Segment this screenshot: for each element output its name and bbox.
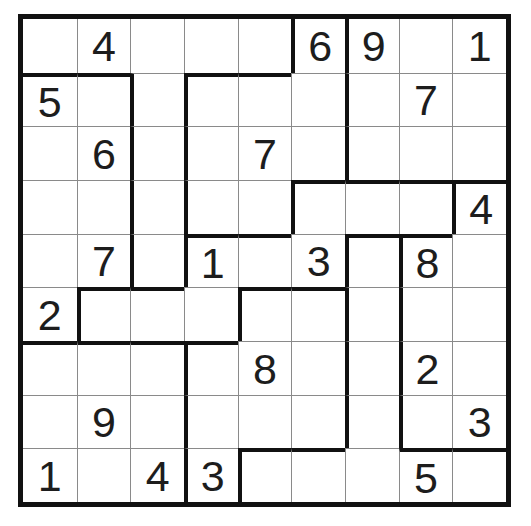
cell-r7c8[interactable]: 2 (399, 341, 453, 395)
cell-r3c2[interactable]: 6 (77, 126, 131, 180)
given-digit: 9 (92, 401, 116, 444)
given-digit: 3 (201, 455, 225, 498)
cell-r1c6[interactable]: 6 (291, 19, 345, 73)
cell-r3c5[interactable]: 7 (238, 126, 292, 180)
given-digit: 4 (146, 455, 170, 498)
cell-r6c4[interactable] (184, 287, 238, 341)
cell-r9c2[interactable] (77, 448, 131, 502)
cell-r2c8[interactable]: 7 (399, 73, 453, 127)
cell-r5c9[interactable] (452, 234, 506, 288)
cell-r4c7[interactable] (345, 180, 399, 234)
given-digit: 7 (253, 133, 277, 176)
cell-r4c6[interactable] (291, 180, 345, 234)
cell-r3c9[interactable] (452, 126, 506, 180)
cell-r1c2[interactable]: 4 (77, 19, 131, 73)
cell-r7c2[interactable] (77, 341, 131, 395)
cell-r3c8[interactable] (399, 126, 453, 180)
cell-r4c3[interactable] (130, 180, 184, 234)
given-digit: 1 (38, 455, 62, 498)
cell-r8c2[interactable]: 9 (77, 395, 131, 449)
cell-r9c8[interactable]: 5 (399, 448, 453, 502)
cell-r6c9[interactable] (452, 287, 506, 341)
cell-r8c6[interactable] (291, 395, 345, 449)
cell-r5c3[interactable] (130, 234, 184, 288)
given-digit: 7 (92, 240, 116, 283)
cell-r2c6[interactable] (291, 73, 345, 127)
cell-r8c9[interactable]: 3 (452, 395, 506, 449)
given-digit: 9 (362, 25, 386, 68)
cell-r7c7[interactable] (345, 341, 399, 395)
cell-r6c5[interactable] (238, 287, 292, 341)
cell-r5c5[interactable] (238, 234, 292, 288)
cell-r6c7[interactable] (345, 287, 399, 341)
cell-r1c9[interactable]: 1 (452, 19, 506, 73)
cell-r2c7[interactable] (345, 73, 399, 127)
cell-r5c8[interactable]: 8 (399, 234, 453, 288)
cell-r9c4[interactable]: 3 (184, 448, 238, 502)
cell-r3c1[interactable] (23, 126, 77, 180)
cell-r1c1[interactable] (23, 19, 77, 73)
cell-r4c4[interactable] (184, 180, 238, 234)
cell-r3c3[interactable] (130, 126, 184, 180)
cell-r5c4[interactable]: 1 (184, 234, 238, 288)
cell-r5c2[interactable]: 7 (77, 234, 131, 288)
cell-r4c9[interactable]: 4 (452, 180, 506, 234)
cell-r6c1[interactable]: 2 (23, 287, 77, 341)
cell-r3c4[interactable] (184, 126, 238, 180)
given-digit: 2 (416, 348, 440, 391)
cell-r6c3[interactable] (130, 287, 184, 341)
cell-r3c7[interactable] (345, 126, 399, 180)
given-digit: 8 (416, 242, 440, 285)
cell-r8c4[interactable] (184, 395, 238, 449)
cell-r1c5[interactable] (238, 19, 292, 73)
cell-r2c5[interactable] (238, 73, 292, 127)
cell-r4c2[interactable] (77, 180, 131, 234)
cell-r9c5[interactable] (238, 448, 292, 502)
cell-r1c8[interactable] (399, 19, 453, 73)
cell-r8c8[interactable] (399, 395, 453, 449)
given-digit: 4 (469, 188, 493, 231)
given-digit: 8 (253, 348, 277, 391)
given-digit: 2 (38, 294, 62, 337)
cell-r6c8[interactable] (399, 287, 453, 341)
given-digit: 3 (307, 240, 331, 283)
cell-r3c6[interactable] (291, 126, 345, 180)
cell-r8c3[interactable] (130, 395, 184, 449)
cell-r4c1[interactable] (23, 180, 77, 234)
cell-r6c2[interactable] (77, 287, 131, 341)
cell-r7c3[interactable] (130, 341, 184, 395)
cell-r7c9[interactable] (452, 341, 506, 395)
cell-r1c7[interactable]: 9 (345, 19, 399, 73)
given-digit: 7 (414, 79, 438, 122)
given-digit: 4 (92, 25, 116, 68)
cell-r7c5[interactable]: 8 (238, 341, 292, 395)
puzzle-page: 4691576747138282931435 (0, 0, 531, 526)
sudoku-board: 4691576747138282931435 (18, 14, 511, 507)
cell-r5c1[interactable] (23, 234, 77, 288)
cell-r1c4[interactable] (184, 19, 238, 73)
cell-r1c3[interactable] (130, 19, 184, 73)
given-digit: 5 (38, 81, 62, 124)
cell-r9c6[interactable] (291, 448, 345, 502)
cell-r8c1[interactable] (23, 395, 77, 449)
cell-r9c1[interactable]: 1 (23, 448, 77, 502)
cell-r9c7[interactable] (345, 448, 399, 502)
cell-r5c6[interactable]: 3 (291, 234, 345, 288)
given-digit: 5 (414, 457, 438, 500)
cell-r6c6[interactable] (291, 287, 345, 341)
cell-r9c9[interactable] (452, 448, 506, 502)
cell-r7c1[interactable] (23, 341, 77, 395)
given-digit: 3 (468, 401, 492, 444)
cell-r9c3[interactable]: 4 (130, 448, 184, 502)
cell-r4c8[interactable] (399, 180, 453, 234)
cell-r2c1[interactable]: 5 (23, 73, 77, 127)
given-digit: 6 (308, 25, 332, 68)
cell-r2c4[interactable] (184, 73, 238, 127)
cell-r8c7[interactable] (345, 395, 399, 449)
cell-r4c5[interactable] (238, 180, 292, 234)
given-digit: 1 (201, 242, 225, 285)
cell-r2c2[interactable] (77, 73, 131, 127)
cell-r8c5[interactable] (238, 395, 292, 449)
cell-r2c3[interactable] (130, 73, 184, 127)
cell-r5c7[interactable] (345, 234, 399, 288)
given-digit: 1 (468, 25, 492, 68)
cell-r2c9[interactable] (452, 73, 506, 127)
given-digit: 6 (92, 133, 116, 176)
cell-r7c6[interactable] (291, 341, 345, 395)
cell-r7c4[interactable] (184, 341, 238, 395)
